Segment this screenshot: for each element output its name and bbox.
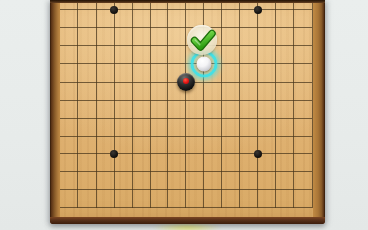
- intersection-c5[interactable]: [87, 127, 105, 145]
- intersection-f11[interactable]: [141, 19, 159, 37]
- intersection-i5[interactable]: [195, 127, 213, 145]
- intersection-e1[interactable]: [123, 199, 141, 217]
- intersection-n12[interactable]: [285, 1, 303, 19]
- intersection-l10[interactable]: [249, 37, 267, 55]
- intersection-k7[interactable]: [231, 91, 249, 109]
- intersection-g6[interactable]: [159, 109, 177, 127]
- intersection-c3[interactable]: [87, 163, 105, 181]
- intersection-n11[interactable]: [285, 19, 303, 37]
- intersection-d2[interactable]: [105, 181, 123, 199]
- intersection-c7[interactable]: [87, 91, 105, 109]
- intersection-m10[interactable]: [267, 37, 285, 55]
- intersection-b1[interactable]: [69, 199, 87, 217]
- intersection-k10[interactable]: [231, 37, 249, 55]
- intersection-e11[interactable]: [123, 19, 141, 37]
- intersection-f10[interactable]: [141, 37, 159, 55]
- intersection-m11[interactable]: [267, 19, 285, 37]
- intersection-h5[interactable]: [177, 127, 195, 145]
- intersection-g3[interactable]: [159, 163, 177, 181]
- intersection-f12[interactable]: [141, 1, 159, 19]
- intersection-h1[interactable]: [177, 199, 195, 217]
- intersection-b7[interactable]: [69, 91, 87, 109]
- board-frame-left: [50, 0, 60, 217]
- intersection-b4[interactable]: [69, 145, 87, 163]
- intersection-l9[interactable]: [249, 55, 267, 73]
- intersection-b12[interactable]: [69, 1, 87, 19]
- intersection-e8[interactable]: [123, 73, 141, 91]
- intersection-j3[interactable]: [213, 163, 231, 181]
- intersection-i7[interactable]: [195, 91, 213, 109]
- intersection-n9[interactable]: [285, 55, 303, 73]
- intersection-e12[interactable]: [123, 1, 141, 19]
- intersection-c2[interactable]: [87, 181, 105, 199]
- intersection-g11[interactable]: [159, 19, 177, 37]
- intersection-j12[interactable]: [213, 1, 231, 19]
- intersection-e3[interactable]: [123, 163, 141, 181]
- intersection-g10[interactable]: [159, 37, 177, 55]
- intersection-e2[interactable]: [123, 181, 141, 199]
- board-frame-bottom: [50, 217, 325, 224]
- intersection-f7[interactable]: [141, 91, 159, 109]
- intersection-m2[interactable]: [267, 181, 285, 199]
- intersection-h4[interactable]: [177, 145, 195, 163]
- intersection-n4[interactable]: [285, 145, 303, 163]
- intersection-g8[interactable]: [159, 73, 177, 91]
- intersection-i4[interactable]: [195, 145, 213, 163]
- intersection-m4[interactable]: [267, 145, 285, 163]
- intersection-b11[interactable]: [69, 19, 87, 37]
- intersection-i12[interactable]: [195, 1, 213, 19]
- confirm-move-badge[interactable]: [187, 25, 217, 55]
- intersection-d5[interactable]: [105, 127, 123, 145]
- board-top-edge-strip: [50, 0, 325, 3]
- star-point-l12: [254, 6, 262, 14]
- intersection-m9[interactable]: [267, 55, 285, 73]
- intersection-f3[interactable]: [141, 163, 159, 181]
- intersection-g1[interactable]: [159, 199, 177, 217]
- intersection-n8[interactable]: [285, 73, 303, 91]
- intersection-n7[interactable]: [285, 91, 303, 109]
- intersection-h6[interactable]: [177, 109, 195, 127]
- intersection-m5[interactable]: [267, 127, 285, 145]
- intersection-c10[interactable]: [87, 37, 105, 55]
- intersection-d8[interactable]: [105, 73, 123, 91]
- star-point-l4: [254, 150, 262, 158]
- black-stone-h8: [177, 73, 195, 91]
- intersection-j8[interactable]: [213, 73, 231, 91]
- last-move-red-dot: [183, 78, 189, 84]
- intersection-l3[interactable]: [249, 163, 267, 181]
- intersection-d9[interactable]: [105, 55, 123, 73]
- intersection-d1[interactable]: [105, 199, 123, 217]
- intersection-f9[interactable]: [141, 55, 159, 73]
- intersection-f4[interactable]: [141, 145, 159, 163]
- intersection-e5[interactable]: [123, 127, 141, 145]
- intersection-m6[interactable]: [267, 109, 285, 127]
- intersection-h3[interactable]: [177, 163, 195, 181]
- intersection-n2[interactable]: [285, 181, 303, 199]
- intersection-l11[interactable]: [249, 19, 267, 37]
- intersection-j6[interactable]: [213, 109, 231, 127]
- intersection-g9[interactable]: [159, 55, 177, 73]
- intersection-h12[interactable]: [177, 1, 195, 19]
- intersection-k5[interactable]: [231, 127, 249, 145]
- intersection-n1[interactable]: [285, 199, 303, 217]
- intersection-n6[interactable]: [285, 109, 303, 127]
- intersection-l8[interactable]: [249, 73, 267, 91]
- intersection-e6[interactable]: [123, 109, 141, 127]
- intersection-f1[interactable]: [141, 199, 159, 217]
- intersection-m3[interactable]: [267, 163, 285, 181]
- intersection-d6[interactable]: [105, 109, 123, 127]
- intersection-l6[interactable]: [249, 109, 267, 127]
- intersection-k8[interactable]: [231, 73, 249, 91]
- star-point-d12: [110, 6, 118, 14]
- intersection-g4[interactable]: [159, 145, 177, 163]
- intersection-d3[interactable]: [105, 163, 123, 181]
- intersection-j2[interactable]: [213, 181, 231, 199]
- intersection-b9[interactable]: [69, 55, 87, 73]
- intersection-j7[interactable]: [213, 91, 231, 109]
- intersection-m1[interactable]: [267, 199, 285, 217]
- intersection-k12[interactable]: [231, 1, 249, 19]
- gomoku-board[interactable]: [50, 0, 325, 224]
- intersection-k2[interactable]: [231, 181, 249, 199]
- intersection-c8[interactable]: [87, 73, 105, 91]
- intersection-l5[interactable]: [249, 127, 267, 145]
- intersection-j4[interactable]: [213, 145, 231, 163]
- intersection-e4[interactable]: [123, 145, 141, 163]
- intersection-l1[interactable]: [249, 199, 267, 217]
- intersection-i6[interactable]: [195, 109, 213, 127]
- intersection-m7[interactable]: [267, 91, 285, 109]
- intersection-d11[interactable]: [105, 19, 123, 37]
- intersection-d10[interactable]: [105, 37, 123, 55]
- white-stone-i9: [197, 57, 212, 72]
- intersection-f5[interactable]: [141, 127, 159, 145]
- intersection-i1[interactable]: [195, 199, 213, 217]
- intersection-n3[interactable]: [285, 163, 303, 181]
- board-frame-right: [313, 0, 325, 217]
- intersection-f8[interactable]: [141, 73, 159, 91]
- intersection-n10[interactable]: [285, 37, 303, 55]
- intersection-k1[interactable]: [231, 199, 249, 217]
- intersection-g7[interactable]: [159, 91, 177, 109]
- intersection-f6[interactable]: [141, 109, 159, 127]
- intersection-l7[interactable]: [249, 91, 267, 109]
- board-grid: [51, 1, 321, 217]
- intersection-k3[interactable]: [231, 163, 249, 181]
- intersection-k4[interactable]: [231, 145, 249, 163]
- intersection-n5[interactable]: [285, 127, 303, 145]
- intersection-b6[interactable]: [69, 109, 87, 127]
- intersection-b3[interactable]: [69, 163, 87, 181]
- intersection-m8[interactable]: [267, 73, 285, 91]
- intersection-i3[interactable]: [195, 163, 213, 181]
- intersection-e10[interactable]: [123, 37, 141, 55]
- intersection-c9[interactable]: [87, 55, 105, 73]
- intersection-d7[interactable]: [105, 91, 123, 109]
- intersection-g12[interactable]: [159, 1, 177, 19]
- intersection-k6[interactable]: [231, 109, 249, 127]
- green-check-icon: [187, 25, 217, 55]
- intersection-b10[interactable]: [69, 37, 87, 55]
- intersection-e7[interactable]: [123, 91, 141, 109]
- intersection-b2[interactable]: [69, 181, 87, 199]
- intersection-c12[interactable]: [87, 1, 105, 19]
- intersection-m12[interactable]: [267, 1, 285, 19]
- intersection-g5[interactable]: [159, 127, 177, 145]
- intersection-c11[interactable]: [87, 19, 105, 37]
- intersection-c4[interactable]: [87, 145, 105, 163]
- screenshot-stage: [0, 0, 368, 230]
- intersection-l2[interactable]: [249, 181, 267, 199]
- intersection-h2[interactable]: [177, 181, 195, 199]
- intersection-b8[interactable]: [69, 73, 87, 91]
- intersection-k11[interactable]: [231, 19, 249, 37]
- intersection-f2[interactable]: [141, 181, 159, 199]
- intersection-i2[interactable]: [195, 181, 213, 199]
- intersection-e9[interactable]: [123, 55, 141, 73]
- intersection-j1[interactable]: [213, 199, 231, 217]
- intersection-c6[interactable]: [87, 109, 105, 127]
- intersection-k9[interactable]: [231, 55, 249, 73]
- intersection-b5[interactable]: [69, 127, 87, 145]
- intersection-c1[interactable]: [87, 199, 105, 217]
- intersection-g2[interactable]: [159, 181, 177, 199]
- intersection-h7[interactable]: [177, 91, 195, 109]
- star-point-d4: [110, 150, 118, 158]
- intersection-j5[interactable]: [213, 127, 231, 145]
